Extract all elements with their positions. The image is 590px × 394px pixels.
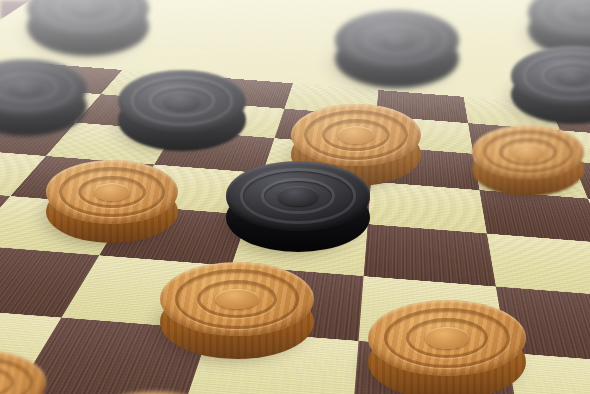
black-3-checker[interactable]: ⛂ (0, 59, 87, 136)
checkers-photo-stage: ⛂⛂⛂⛂⛂⛂⛀⛀⛀⛂⛀⛀⛀⛀ (0, 0, 590, 394)
piece-top-face: ⛀ (368, 300, 526, 376)
center-boss (9, 80, 43, 96)
center-boss (338, 126, 374, 143)
black-7-checker[interactable]: ⛂ (226, 161, 370, 252)
wood-2-checker[interactable]: ⛀ (472, 125, 584, 196)
black-4-checker[interactable]: ⛂ (118, 70, 246, 151)
piece-top-face: ⛂ (335, 10, 459, 70)
wood-4-checker[interactable]: ⛀ (160, 262, 314, 359)
center-boss (164, 92, 200, 109)
piece-top-face: ⛂ (226, 161, 370, 230)
piece-top-face: ⛀ (0, 350, 46, 394)
piece-top-face: ⛀ (472, 125, 584, 179)
wood-3-checker[interactable]: ⛀ (46, 160, 178, 243)
piece-top-face: ⛀ (291, 104, 421, 166)
piece-top-face: ⛀ (46, 160, 178, 223)
piece-top-face: ⛂ (118, 70, 246, 131)
wood-5-checker[interactable]: ⛀ (368, 300, 526, 394)
center-boss (94, 183, 131, 201)
center-boss (215, 289, 258, 310)
black-1-checker[interactable]: ⛂ (27, 0, 149, 56)
piece-top-face: ⛀ (160, 262, 314, 336)
black-5-checker[interactable]: ⛂ (335, 10, 459, 88)
wood-6-checker[interactable]: ⛀ (0, 350, 46, 394)
black-6-checker[interactable]: ⛂ (511, 46, 590, 124)
center-boss (512, 144, 543, 159)
center-boss (425, 327, 469, 348)
pieces-layer: ⛂⛂⛂⛂⛂⛂⛀⛀⛀⛂⛀⛀⛀⛀ (0, 0, 590, 394)
center-boss (278, 186, 318, 205)
